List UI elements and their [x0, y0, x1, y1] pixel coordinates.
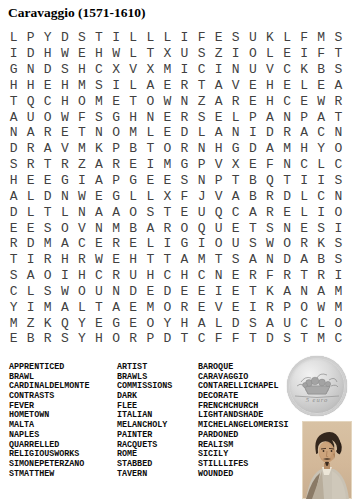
grid-cell-r9c5: Z — [73, 157, 90, 173]
grid-cell-r5c2: Q — [22, 93, 39, 109]
grid-cell-r7c2: A — [22, 125, 39, 141]
grid-cell-r13c18: E — [296, 220, 313, 236]
grid-cell-r11c10: X — [159, 188, 176, 204]
grid-cell-r16c2: A — [22, 268, 39, 284]
grid-cell-r1c2: P — [22, 30, 39, 46]
grid-cell-r14c4: A — [56, 236, 73, 252]
grid-cell-r11c13: V — [210, 188, 227, 204]
grid-cell-r6c1: A — [5, 109, 22, 125]
grid-cell-r3c3: D — [39, 62, 56, 78]
grid-cell-r9c16: F — [261, 157, 278, 173]
grid-cell-r18c7: A — [108, 299, 125, 315]
grid-cell-r8c15: D — [244, 141, 261, 157]
grid-cell-r7c18: A — [296, 125, 313, 141]
grid-cell-r16c5: H — [73, 268, 90, 284]
grid-cell-r17c1: C — [5, 284, 22, 300]
grid-cell-r2c16: L — [261, 46, 278, 62]
grid-cell-r18c5: L — [73, 299, 90, 315]
grid-cell-r9c8: E — [125, 157, 142, 173]
grid-cell-r20c6: H — [90, 331, 107, 347]
grid-cell-r19c6: E — [90, 315, 107, 331]
grid-cell-r4c14: V — [227, 78, 244, 94]
grid-cell-r10c20: S — [330, 173, 347, 189]
grid-cell-r12c10: T — [159, 204, 176, 220]
grid-cell-r14c20: S — [330, 236, 347, 252]
grid-cell-r7c14: N — [227, 125, 244, 141]
grid-cell-r8c16: A — [261, 141, 278, 157]
word-list-col1: APPRENTICEDBRAWLCARDINALDELMONTECONTRAST… — [9, 363, 89, 479]
grid-cell-r2c15: O — [244, 46, 261, 62]
grid-cell-r12c11: E — [176, 204, 193, 220]
grid-cell-r4c4: H — [56, 78, 73, 94]
grid-cell-r16c20: I — [330, 268, 347, 284]
grid-cell-r18c10: O — [159, 299, 176, 315]
grid-cell-r5c20: R — [330, 93, 347, 109]
grid-cell-r2c14: I — [227, 46, 244, 62]
grid-cell-r14c8: E — [125, 236, 142, 252]
grid-cell-r18c9: M — [142, 299, 159, 315]
grid-cell-r16c1: S — [5, 268, 22, 284]
grid-cell-r10c7: P — [108, 173, 125, 189]
grid-cell-r10c11: S — [176, 173, 193, 189]
grid-cell-r15c15: A — [244, 252, 261, 268]
grid-cell-r1c3: Y — [39, 30, 56, 46]
grid-cell-r16c13: N — [210, 268, 227, 284]
grid-cell-r12c5: N — [73, 204, 90, 220]
grid-cell-r19c3: K — [39, 315, 56, 331]
grid-cell-r17c16: K — [261, 284, 278, 300]
grid-cell-r7c6: N — [90, 125, 107, 141]
grid-cell-r20c3: R — [39, 331, 56, 347]
grid-cell-r17c4: W — [56, 284, 73, 300]
grid-cell-r9c2: R — [22, 157, 39, 173]
grid-cell-r2c4: W — [56, 46, 73, 62]
grid-cell-r1c15: U — [244, 30, 261, 46]
grid-cell-r11c11: F — [176, 188, 193, 204]
grid-cell-r4c20: A — [330, 78, 347, 94]
grid-cell-r11c18: L — [296, 188, 313, 204]
grid-cell-r9c18: C — [296, 157, 313, 173]
grid-cell-r5c19: W — [313, 93, 330, 109]
grid-cell-r11c2: L — [22, 188, 39, 204]
grid-cell-r6c16: A — [261, 109, 278, 125]
grid-cell-r19c15: S — [244, 315, 261, 331]
grid-cell-r12c6: A — [90, 204, 107, 220]
grid-cell-r14c18: R — [296, 236, 313, 252]
grid-cell-r12c7: A — [108, 204, 125, 220]
grid-cell-r8c8: B — [125, 141, 142, 157]
grid-cell-r1c18: F — [296, 30, 313, 46]
grid-cell-r18c19: W — [313, 299, 330, 315]
grid-cell-r4c8: L — [125, 78, 142, 94]
grid-cell-r19c20: O — [330, 315, 347, 331]
five-euro-coin-image: 5 euro — [287, 356, 347, 416]
grid-cell-r1c4: D — [56, 30, 73, 46]
grid-cell-r13c14: E — [227, 220, 244, 236]
grid-cell-r7c17: R — [279, 125, 296, 141]
grid-cell-r9c20: C — [330, 157, 347, 173]
grid-cell-r19c18: C — [296, 315, 313, 331]
grid-cell-r14c1: R — [5, 236, 22, 252]
grid-cell-r6c20: T — [330, 109, 347, 125]
grid-cell-r6c3: O — [39, 109, 56, 125]
grid-cell-r7c15: I — [244, 125, 261, 141]
grid-cell-r14c10: I — [159, 236, 176, 252]
grid-cell-r12c15: A — [244, 204, 261, 220]
grid-cell-r15c13: T — [210, 252, 227, 268]
grid-cell-r2c7: W — [108, 46, 125, 62]
grid-cell-r14c7: R — [108, 236, 125, 252]
grid-cell-r12c2: L — [22, 204, 39, 220]
grid-cell-r10c19: I — [313, 173, 330, 189]
grid-cell-r11c1: A — [5, 188, 22, 204]
grid-cell-r3c11: I — [176, 62, 193, 78]
grid-cell-r16c6: C — [90, 268, 107, 284]
grid-cell-r10c3: E — [39, 173, 56, 189]
grid-cell-r12c8: O — [125, 204, 142, 220]
grid-cell-r13c20: I — [330, 220, 347, 236]
grid-cell-r15c9: T — [142, 252, 159, 268]
grid-cell-r16c7: R — [108, 268, 125, 284]
grid-cell-r18c6: T — [90, 299, 107, 315]
grid-cell-r9c12: P — [193, 157, 210, 173]
grid-cell-r3c8: V — [125, 62, 142, 78]
grid-cell-r3c18: K — [296, 62, 313, 78]
grid-cell-r10c18: I — [296, 173, 313, 189]
grid-cell-r10c13: P — [210, 173, 227, 189]
grid-cell-r2c13: Z — [210, 46, 227, 62]
grid-cell-r18c16: R — [261, 299, 278, 315]
grid-cell-r1c1: L — [5, 30, 22, 46]
grid-cell-r3c5: H — [73, 62, 90, 78]
grid-cell-r4c18: L — [296, 78, 313, 94]
grid-cell-r11c15: B — [244, 188, 261, 204]
grid-cell-r3c4: S — [56, 62, 73, 78]
grid-cell-r8c9: T — [142, 141, 159, 157]
grid-cell-r20c7: O — [108, 331, 125, 347]
grid-cell-r9c3: T — [39, 157, 56, 173]
grid-cell-r6c15: P — [244, 109, 261, 125]
grid-cell-r16c11: H — [176, 268, 193, 284]
grid-cell-r8c6: K — [90, 141, 107, 157]
grid-cell-r4c12: T — [193, 78, 210, 94]
coin-denomination-label: 5 euro — [287, 396, 347, 403]
grid-cell-r3c14: N — [227, 62, 244, 78]
grid-cell-r16c8: U — [125, 268, 142, 284]
grid-cell-r3c20: S — [330, 62, 347, 78]
grid-cell-r2c5: E — [73, 46, 90, 62]
grid-cell-r3c2: N — [22, 62, 39, 78]
grid-cell-r11c12: J — [193, 188, 210, 204]
grid-cell-r12c14: C — [227, 204, 244, 220]
grid-cell-r17c11: E — [176, 284, 193, 300]
grid-cell-r10c14: T — [227, 173, 244, 189]
grid-cell-r6c18: P — [296, 109, 313, 125]
grid-cell-r4c1: H — [5, 78, 22, 94]
grid-cell-r10c12: N — [193, 173, 210, 189]
grid-cell-r6c13: E — [210, 109, 227, 125]
grid-cell-r8c12: N — [193, 141, 210, 157]
grid-cell-r9c7: R — [108, 157, 125, 173]
grid-cell-r13c8: B — [125, 220, 142, 236]
grid-cell-r3c6: C — [90, 62, 107, 78]
grid-cell-r14c15: S — [244, 236, 261, 252]
grid-cell-r2c8: L — [125, 46, 142, 62]
word-wounded: WOUNDED — [198, 470, 288, 480]
grid-cell-r15c10: T — [159, 252, 176, 268]
grid-cell-r6c11: R — [176, 109, 193, 125]
grid-cell-r20c14: F — [227, 331, 244, 347]
grid-cell-r6c8: H — [125, 109, 142, 125]
grid-cell-r3c16: V — [261, 62, 278, 78]
grid-cell-r5c5: O — [73, 93, 90, 109]
grid-cell-r16c3: O — [39, 268, 56, 284]
grid-cell-r20c4: S — [56, 331, 73, 347]
grid-cell-r4c16: H — [261, 78, 278, 94]
grid-cell-r15c5: R — [73, 252, 90, 268]
grid-cell-r10c6: A — [90, 173, 107, 189]
grid-cell-r10c5: I — [73, 173, 90, 189]
grid-cell-r18c1: Y — [5, 299, 22, 315]
grid-cell-r13c19: S — [313, 220, 330, 236]
grid-cell-r3c7: X — [108, 62, 125, 78]
grid-cell-r18c15: I — [244, 299, 261, 315]
grid-cell-r8c3: A — [39, 141, 56, 157]
grid-cell-r1c9: L — [142, 30, 159, 46]
grid-cell-r5c11: N — [176, 93, 193, 109]
grid-cell-r11c7: G — [108, 188, 125, 204]
grid-cell-r14c14: U — [227, 236, 244, 252]
grid-cell-r6c4: W — [56, 109, 73, 125]
grid-cell-r19c5: Y — [73, 315, 90, 331]
grid-cell-r13c13: U — [210, 220, 227, 236]
grid-cell-r3c13: I — [210, 62, 227, 78]
grid-cell-r14c2: D — [22, 236, 39, 252]
grid-cell-r16c18: T — [296, 268, 313, 284]
grid-cell-r10c1: H — [5, 173, 22, 189]
grid-cell-r6c5: F — [73, 109, 90, 125]
grid-cell-r9c4: R — [56, 157, 73, 173]
grid-cell-r19c11: H — [176, 315, 193, 331]
grid-cell-r10c8: G — [125, 173, 142, 189]
grid-cell-r10c15: B — [244, 173, 261, 189]
grid-cell-r17c7: N — [108, 284, 125, 300]
grid-cell-r12c20: O — [330, 204, 347, 220]
grid-cell-r5c17: C — [279, 93, 296, 109]
grid-cell-r2c1: I — [5, 46, 22, 62]
grid-cell-r3c9: X — [142, 62, 159, 78]
grid-cell-r9c9: I — [142, 157, 159, 173]
grid-cell-r19c2: Z — [22, 315, 39, 331]
grid-cell-r12c9: S — [142, 204, 159, 220]
grid-cell-r4c2: H — [22, 78, 39, 94]
grid-cell-r7c8: M — [125, 125, 142, 141]
grid-cell-r17c5: O — [73, 284, 90, 300]
grid-cell-r17c18: N — [296, 284, 313, 300]
grid-cell-r17c8: D — [125, 284, 142, 300]
grid-cell-r18c17: P — [279, 299, 296, 315]
grid-cell-r3c17: C — [279, 62, 296, 78]
grid-cell-r19c19: L — [313, 315, 330, 331]
grid-cell-r15c11: A — [176, 252, 193, 268]
grid-cell-r5c4: H — [56, 93, 73, 109]
grid-cell-r8c7: P — [108, 141, 125, 157]
grid-cell-r7c16: D — [261, 125, 278, 141]
grid-cell-r19c8: E — [125, 315, 142, 331]
grid-cell-r14c3: M — [39, 236, 56, 252]
grid-cell-r16c12: C — [193, 268, 210, 284]
grid-cell-r5c3: C — [39, 93, 56, 109]
grid-cell-r14c19: K — [313, 236, 330, 252]
grid-cell-r11c3: D — [39, 188, 56, 204]
grid-cell-r9c13: V — [210, 157, 227, 173]
caravaggio-portrait-image — [302, 421, 352, 499]
grid-cell-r8c20: O — [330, 141, 347, 157]
grid-cell-r17c19: A — [313, 284, 330, 300]
grid-cell-r20c9: P — [142, 331, 159, 347]
grid-cell-r19c7: G — [108, 315, 125, 331]
grid-cell-r15c4: H — [56, 252, 73, 268]
grid-cell-r14c11: G — [176, 236, 193, 252]
grid-cell-r6c2: U — [22, 109, 39, 125]
grid-cell-r12c12: U — [193, 204, 210, 220]
grid-cell-r8c1: D — [5, 141, 22, 157]
grid-cell-r17c2: L — [22, 284, 39, 300]
grid-cell-r3c10: M — [159, 62, 176, 78]
grid-cell-r10c17: T — [279, 173, 296, 189]
grid-cell-r2c11: U — [176, 46, 193, 62]
grid-cell-r18c18: O — [296, 299, 313, 315]
grid-cell-r14c16: W — [261, 236, 278, 252]
grid-cell-r4c15: E — [244, 78, 261, 94]
grid-cell-r13c7: M — [108, 220, 125, 236]
grid-cell-r9c14: X — [227, 157, 244, 173]
grid-cell-r9c17: N — [279, 157, 296, 173]
grid-cell-r13c4: O — [56, 220, 73, 236]
grid-cell-r2c2: D — [22, 46, 39, 62]
grid-cell-r18c12: E — [193, 299, 210, 315]
grid-cell-r5c18: E — [296, 93, 313, 109]
grid-cell-r16c17: R — [279, 268, 296, 284]
grid-cell-r20c20: C — [330, 331, 347, 347]
grid-cell-r11c8: L — [125, 188, 142, 204]
grid-cell-r18c11: R — [176, 299, 193, 315]
grid-cell-r10c10: E — [159, 173, 176, 189]
grid-cell-r5c1: T — [5, 93, 22, 109]
grid-cell-r19c13: L — [210, 315, 227, 331]
grid-cell-r7c1: N — [5, 125, 22, 141]
grid-cell-r8c2: R — [22, 141, 39, 157]
grid-cell-r17c3: S — [39, 284, 56, 300]
grid-cell-r1c16: K — [261, 30, 278, 46]
grid-cell-r5c9: O — [142, 93, 159, 109]
grid-cell-r13c12: Q — [193, 220, 210, 236]
grid-cell-r18c4: A — [56, 299, 73, 315]
grid-cell-r13c6: N — [90, 220, 107, 236]
grid-cell-r15c14: S — [227, 252, 244, 268]
grid-cell-r11c14: A — [227, 188, 244, 204]
grid-cell-r6c10: E — [159, 109, 176, 125]
grid-cell-r11c5: W — [73, 188, 90, 204]
grid-cell-r1c19: M — [313, 30, 330, 46]
grid-cell-r8c4: V — [56, 141, 73, 157]
grid-cell-r6c7: G — [108, 109, 125, 125]
grid-cell-r5c16: H — [261, 93, 278, 109]
grid-cell-r13c10: R — [159, 220, 176, 236]
grid-cell-r20c11: T — [176, 331, 193, 347]
grid-cell-r10c16: Q — [261, 173, 278, 189]
grid-cell-r17c20: M — [330, 284, 347, 300]
grid-cell-r20c12: C — [193, 331, 210, 347]
grid-cell-r15c2: I — [22, 252, 39, 268]
page-title: Caravaggio (1571-1610) — [8, 5, 146, 21]
grid-cell-r17c9: E — [142, 284, 159, 300]
grid-cell-r17c15: T — [244, 284, 261, 300]
fruit-basket-engraving — [287, 356, 347, 416]
grid-cell-r1c6: T — [90, 30, 107, 46]
grid-cell-r2c12: S — [193, 46, 210, 62]
grid-cell-r14c12: I — [193, 236, 210, 252]
grid-cell-r7c19: C — [313, 125, 330, 141]
grid-cell-r2c20: T — [330, 46, 347, 62]
grid-cell-r1c8: L — [125, 30, 142, 46]
grid-cell-r2c10: X — [159, 46, 176, 62]
grid-cell-r20c19: M — [313, 331, 330, 347]
grid-cell-r15c16: N — [261, 252, 278, 268]
word-tavern: TAVERN — [117, 470, 172, 480]
grid-cell-r2c19: F — [313, 46, 330, 62]
grid-cell-r1c14: S — [227, 30, 244, 46]
grid-cell-r13c2: E — [22, 220, 39, 236]
word-search-grid: LPYDSTILLLIFESUKLFMSIDHWEHWLTXUSZIOLEIFT… — [5, 30, 347, 347]
grid-cell-r1c10: L — [159, 30, 176, 46]
grid-cell-r4c10: E — [159, 78, 176, 94]
grid-cell-r7c7: O — [108, 125, 125, 141]
grid-cell-r6c12: S — [193, 109, 210, 125]
grid-cell-r20c15: T — [244, 331, 261, 347]
grid-cell-r2c18: I — [296, 46, 313, 62]
grid-cell-r14c17: O — [279, 236, 296, 252]
grid-cell-r15c18: A — [296, 252, 313, 268]
grid-cell-r20c13: F — [210, 331, 227, 347]
grid-cell-r17c13: I — [210, 284, 227, 300]
grid-cell-r16c4: I — [56, 268, 73, 284]
grid-cell-r7c10: E — [159, 125, 176, 141]
grid-cell-r5c10: W — [159, 93, 176, 109]
grid-cell-r12c1: D — [5, 204, 22, 220]
grid-cell-r15c8: H — [125, 252, 142, 268]
grid-cell-r17c10: D — [159, 284, 176, 300]
grid-cell-r1c12: F — [193, 30, 210, 46]
grid-cell-r1c11: I — [176, 30, 193, 46]
grid-cell-r20c16: D — [261, 331, 278, 347]
grid-cell-r5c6: M — [90, 93, 107, 109]
word-list-col3: BAROQUECARAVAGGIOCONTARELLICHAPELDECORAT… — [198, 363, 288, 479]
grid-cell-r7c12: L — [193, 125, 210, 141]
grid-cell-r4c3: E — [39, 78, 56, 94]
grid-cell-r1c7: I — [108, 30, 125, 46]
grid-cell-r7c13: A — [210, 125, 227, 141]
grid-cell-r8c19: Y — [313, 141, 330, 157]
grid-cell-r4c19: E — [313, 78, 330, 94]
grid-cell-r15c12: M — [193, 252, 210, 268]
grid-cell-r1c5: S — [73, 30, 90, 46]
word-list-col2: ARTISTBRAWLSCOMMISSIONSDARKFLEEITALIANME… — [117, 363, 172, 479]
grid-cell-r8c11: R — [176, 141, 193, 157]
grid-cell-r18c8: E — [125, 299, 142, 315]
grid-cell-r16c19: R — [313, 268, 330, 284]
grid-cell-r8c10: O — [159, 141, 176, 157]
